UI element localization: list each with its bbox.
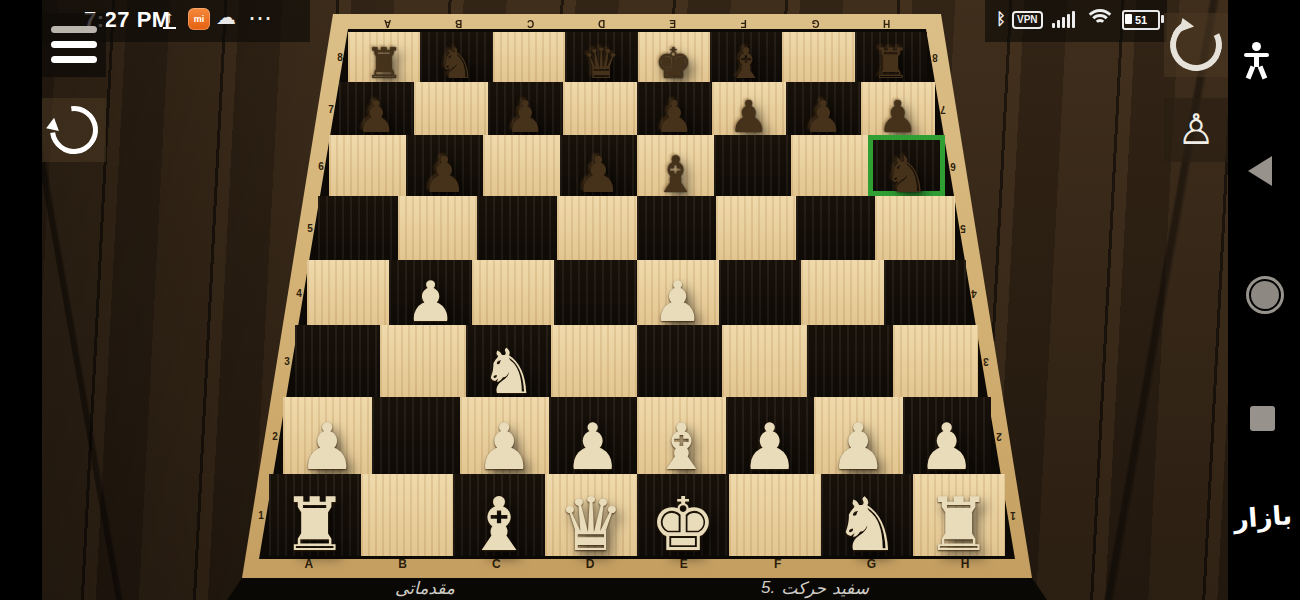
square-h1[interactable]: ♜ — [913, 474, 1005, 556]
level-caption-text: مقدماتی — [395, 578, 455, 599]
piece-black-king[interactable]: ♚ — [655, 45, 693, 84]
square-e3[interactable] — [637, 325, 722, 397]
piece-white-knight[interactable]: ♞ — [481, 343, 537, 400]
square-d8[interactable]: ♛ — [565, 32, 637, 82]
restart-button[interactable] — [42, 98, 106, 162]
square-d3[interactable] — [551, 325, 636, 397]
file-label-a: A — [352, 15, 423, 29]
square-c7[interactable]: ♟ — [488, 82, 563, 135]
rank-label-right-5: 5 — [956, 223, 970, 234]
piece-black-pawn[interactable]: ♟ — [357, 97, 396, 137]
piece-black-knight[interactable]: ♞ — [438, 45, 476, 84]
piece-black-pawn[interactable]: ♟ — [804, 97, 843, 137]
square-d2[interactable]: ♟ — [549, 397, 638, 474]
square-f8[interactable]: ♝ — [710, 32, 782, 82]
square-g1[interactable]: ♞ — [821, 474, 913, 556]
level-caption: مقدماتی — [350, 577, 500, 599]
square-b4[interactable]: ♟ — [389, 260, 471, 325]
square-g5[interactable] — [796, 196, 876, 260]
board-rank-3: ♞33 — [295, 325, 978, 397]
vpn-badge: VPN — [1012, 11, 1043, 29]
square-a1[interactable]: ♜ — [269, 474, 361, 556]
bluetooth-icon: ᛒ — [996, 10, 1006, 28]
square-c4[interactable] — [472, 260, 554, 325]
app-notification-icon: mi — [188, 8, 210, 30]
rank-label-left-2: 2 — [268, 430, 282, 441]
piece-black-bishop[interactable]: ♝ — [653, 152, 698, 198]
board-rank-1: ♜♝♛♚♞♜11 — [269, 474, 1005, 556]
square-d1[interactable]: ♛ — [545, 474, 637, 556]
rank-label-right-2: 2 — [992, 430, 1006, 441]
square-c1[interactable]: ♝ — [453, 474, 545, 556]
screen-left-bezel — [0, 0, 42, 600]
overflow-dots-icon: ⋯ — [248, 4, 273, 32]
square-f7[interactable]: ♟ — [712, 82, 787, 135]
square-h2[interactable]: ♟ — [903, 397, 992, 474]
piece-black-rook[interactable]: ♜ — [872, 45, 910, 84]
square-g6[interactable] — [791, 135, 868, 196]
square-d6[interactable]: ♟ — [560, 135, 637, 196]
piece-white-pawn[interactable]: ♟ — [299, 418, 356, 477]
move-word-1: حرکت — [781, 578, 826, 599]
piece-black-pawn[interactable]: ♟ — [422, 152, 467, 198]
file-label-f: F — [731, 557, 825, 577]
square-a2[interactable]: ♟ — [283, 397, 372, 474]
square-b2[interactable] — [372, 397, 461, 474]
board-rank-8: ♜♞♛♚♝♜88 — [348, 32, 927, 82]
square-g8[interactable] — [782, 32, 854, 82]
square-a5[interactable] — [318, 196, 398, 260]
square-e7[interactable]: ♟ — [637, 82, 712, 135]
file-label-b: B — [423, 15, 494, 29]
undo-rotate-button[interactable] — [1164, 13, 1228, 77]
square-b5[interactable] — [398, 196, 478, 260]
square-e1[interactable]: ♚ — [637, 474, 729, 556]
square-b3[interactable] — [380, 325, 465, 397]
piece-white-pawn[interactable]: ♟ — [918, 418, 975, 477]
menu-button[interactable] — [42, 13, 106, 77]
square-g3[interactable] — [807, 325, 892, 397]
rank-label-right-3: 3 — [979, 356, 993, 367]
square-c5[interactable] — [477, 196, 557, 260]
nav-recents-button[interactable] — [1250, 406, 1275, 431]
piece-black-pawn[interactable]: ♟ — [655, 97, 694, 137]
board-rank-4: ♟♟44 — [307, 260, 966, 325]
bazaar-watermark: بازار — [1229, 496, 1298, 576]
piece-white-pawn[interactable]: ♟ — [405, 276, 455, 328]
piece-white-pawn[interactable]: ♟ — [830, 418, 887, 477]
board-rank-5: 55 — [318, 196, 955, 260]
square-a7[interactable]: ♟ — [339, 82, 414, 135]
square-e2[interactable]: ♝ — [637, 397, 726, 474]
square-c6[interactable] — [483, 135, 560, 196]
rank-label-right-1: 1 — [1006, 510, 1020, 521]
square-h3[interactable] — [893, 325, 978, 397]
piece-black-pawn[interactable]: ♟ — [729, 97, 768, 137]
upload-icon: ↑ — [163, 9, 176, 29]
rank-label-left-4: 4 — [292, 287, 306, 298]
square-h5[interactable] — [875, 196, 955, 260]
battery-icon: 51 — [1122, 10, 1160, 30]
square-h8[interactable]: ♜ — [855, 32, 927, 82]
file-label-f: F — [708, 15, 779, 29]
rank-label-left-6: 6 — [314, 160, 328, 171]
piece-white-bishop[interactable]: ♝ — [653, 418, 710, 477]
wifi-icon — [1084, 9, 1112, 29]
nav-home-button[interactable] — [1246, 276, 1284, 314]
piece-black-knight[interactable]: ♞ — [884, 152, 929, 198]
signal-bars-icon — [1052, 10, 1076, 28]
rank-label-left-1: 1 — [254, 510, 268, 521]
file-labels-top: ABCDEFGH — [352, 15, 922, 29]
file-label-h: H — [851, 15, 922, 29]
file-label-e: E — [637, 15, 708, 29]
piece-black-queen[interactable]: ♛ — [582, 45, 620, 84]
piece-black-rook[interactable]: ♜ — [365, 45, 403, 84]
square-f4[interactable] — [719, 260, 801, 325]
rank-label-right-6: 6 — [946, 160, 960, 171]
piece-black-pawn[interactable]: ♟ — [506, 97, 545, 137]
accessibility-icon[interactable] — [1240, 42, 1272, 80]
nav-back-button[interactable] — [1248, 156, 1272, 186]
board-rank-2: ♟♟♟♝♟♟♟22 — [283, 397, 991, 474]
square-a6[interactable] — [329, 135, 406, 196]
square-f5[interactable] — [716, 196, 796, 260]
restart-arrow-icon — [40, 96, 107, 163]
square-h6[interactable]: ♞ — [868, 135, 945, 196]
square-c8[interactable] — [493, 32, 565, 82]
square-a4[interactable] — [307, 260, 389, 325]
square-c3[interactable]: ♞ — [466, 325, 551, 397]
pawn-outline-icon: ♙ — [1177, 109, 1215, 151]
piece-black-bishop[interactable]: ♝ — [727, 45, 765, 84]
piece-white-rook[interactable]: ♜ — [926, 491, 992, 559]
square-h4[interactable] — [884, 260, 966, 325]
square-b7[interactable] — [414, 82, 489, 135]
rank-label-right-4: 4 — [967, 287, 981, 298]
piece-white-knight[interactable]: ♞ — [834, 491, 900, 559]
square-f3[interactable] — [722, 325, 807, 397]
rank-label-right-8: 8 — [928, 52, 942, 63]
rank-label-left-5: 5 — [303, 223, 317, 234]
square-e4[interactable]: ♟ — [637, 260, 719, 325]
file-label-g: G — [780, 15, 851, 29]
rank-label-left-8: 8 — [333, 52, 347, 63]
piece-set-button[interactable]: ♙ — [1164, 98, 1228, 162]
square-a3[interactable] — [295, 325, 380, 397]
board-rank-6: ♟♟♝♞66 — [329, 135, 945, 196]
square-f6[interactable] — [714, 135, 791, 196]
board-rank-7: ♟♟♟♟♟♟77 — [339, 82, 935, 135]
piece-white-pawn[interactable]: ♟ — [476, 418, 533, 477]
move-number: 5. — [761, 578, 775, 598]
piece-white-pawn[interactable]: ♟ — [564, 418, 621, 477]
piece-white-queen[interactable]: ♛ — [558, 491, 624, 559]
battery-level-text: 51 — [1135, 14, 1147, 26]
square-e5[interactable] — [637, 196, 717, 260]
weather-cloud-icon: ☁ — [216, 5, 236, 29]
square-g2[interactable]: ♟ — [814, 397, 903, 474]
file-label-b: B — [356, 557, 450, 577]
square-e8[interactable]: ♚ — [638, 32, 710, 82]
square-d4[interactable] — [554, 260, 636, 325]
piece-white-pawn[interactable]: ♟ — [741, 418, 798, 477]
piece-white-pawn[interactable]: ♟ — [653, 276, 703, 328]
square-g4[interactable] — [801, 260, 883, 325]
square-b6[interactable]: ♟ — [406, 135, 483, 196]
square-d5[interactable] — [557, 196, 637, 260]
app-screen: ABCDEFGH ABCDEFGH ♜♞♛♚♝♜88 ♟♟♟♟♟♟77 ♟♟♝♞… — [0, 0, 1300, 600]
piece-black-pawn[interactable]: ♟ — [878, 97, 917, 137]
piece-white-rook[interactable]: ♜ — [282, 491, 348, 559]
square-g7[interactable]: ♟ — [786, 82, 861, 135]
square-h7[interactable]: ♟ — [861, 82, 936, 135]
rank-label-right-7: 7 — [936, 103, 950, 114]
rank-label-left-7: 7 — [324, 103, 338, 114]
piece-white-bishop[interactable]: ♝ — [466, 491, 532, 559]
move-caption: 5. حرکت سفید — [705, 577, 925, 599]
rank-label-left-3: 3 — [280, 356, 294, 367]
hamburger-icon — [51, 26, 97, 64]
file-label-d: D — [566, 15, 637, 29]
square-b8[interactable]: ♞ — [420, 32, 492, 82]
square-f1[interactable] — [729, 474, 821, 556]
square-b1[interactable] — [361, 474, 453, 556]
file-label-c: C — [495, 15, 566, 29]
square-a8[interactable]: ♜ — [348, 32, 420, 82]
piece-black-pawn[interactable]: ♟ — [576, 152, 621, 198]
piece-white-king[interactable]: ♚ — [650, 491, 716, 559]
square-c2[interactable]: ♟ — [460, 397, 549, 474]
square-d7[interactable] — [563, 82, 638, 135]
move-word-2: سفید — [832, 578, 869, 599]
square-f2[interactable]: ♟ — [726, 397, 815, 474]
square-e6[interactable]: ♝ — [637, 135, 714, 196]
undo-arrow-icon — [1163, 12, 1229, 78]
